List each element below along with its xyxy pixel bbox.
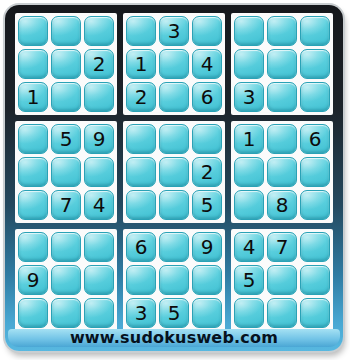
cell-r5c5[interactable] — [159, 157, 189, 187]
cell-r2c5[interactable] — [159, 49, 189, 79]
cell-r9c7[interactable] — [234, 298, 264, 328]
cell-r5c7[interactable] — [234, 157, 264, 187]
cell-r4c6[interactable] — [192, 124, 222, 154]
cell-r3c9[interactable] — [300, 82, 330, 112]
cell-r8c6[interactable] — [192, 265, 222, 295]
cell-r1c7[interactable] — [234, 16, 264, 46]
cell-r2c1[interactable] — [18, 49, 48, 79]
cell-r9c4[interactable]: 3 — [126, 298, 156, 328]
cell-r5c2[interactable] — [51, 157, 81, 187]
cell-r5c1[interactable] — [18, 157, 48, 187]
cell-r9c9[interactable] — [300, 298, 330, 328]
sudoku-frame: 2131426359742516896935475 www.sudokusweb… — [5, 5, 343, 351]
cell-r4c9[interactable]: 6 — [300, 124, 330, 154]
box-r3c2: 6935 — [123, 229, 225, 331]
cell-r9c8[interactable] — [267, 298, 297, 328]
cell-r1c6[interactable] — [192, 16, 222, 46]
cell-r6c7[interactable] — [234, 190, 264, 220]
cell-r6c1[interactable] — [18, 190, 48, 220]
cell-r6c6[interactable]: 5 — [192, 190, 222, 220]
cell-r8c8[interactable] — [267, 265, 297, 295]
cell-r3c4[interactable]: 2 — [126, 82, 156, 112]
cell-r8c3[interactable] — [84, 265, 114, 295]
site-url: www.sudokusweb.com — [70, 330, 278, 346]
cell-r2c4[interactable]: 1 — [126, 49, 156, 79]
cell-r6c9[interactable] — [300, 190, 330, 220]
sudoku-puzzle-image: 2131426359742516896935475 www.sudokusweb… — [0, 0, 350, 360]
cell-r7c2[interactable] — [51, 232, 81, 262]
cell-r4c8[interactable] — [267, 124, 297, 154]
cell-r4c5[interactable] — [159, 124, 189, 154]
cell-r9c2[interactable] — [51, 298, 81, 328]
cell-r1c9[interactable] — [300, 16, 330, 46]
cell-r6c3[interactable]: 4 — [84, 190, 114, 220]
cell-r8c9[interactable] — [300, 265, 330, 295]
cell-r2c7[interactable] — [234, 49, 264, 79]
cell-r1c5[interactable]: 3 — [159, 16, 189, 46]
box-r3c3: 475 — [231, 229, 333, 331]
cell-r2c6[interactable]: 4 — [192, 49, 222, 79]
box-r2c3: 168 — [231, 121, 333, 223]
cell-r4c7[interactable]: 1 — [234, 124, 264, 154]
cell-r3c3[interactable] — [84, 82, 114, 112]
cell-r3c2[interactable] — [51, 82, 81, 112]
cell-r7c5[interactable] — [159, 232, 189, 262]
cell-r3c5[interactable] — [159, 82, 189, 112]
cell-r7c3[interactable] — [84, 232, 114, 262]
cell-r1c3[interactable] — [84, 16, 114, 46]
cell-r9c3[interactable] — [84, 298, 114, 328]
cell-r8c5[interactable] — [159, 265, 189, 295]
cell-r5c4[interactable] — [126, 157, 156, 187]
cell-r7c6[interactable]: 9 — [192, 232, 222, 262]
footer-band: www.sudokusweb.com — [8, 329, 340, 347]
box-r1c2: 31426 — [123, 13, 225, 115]
cell-r2c2[interactable] — [51, 49, 81, 79]
cell-r5c9[interactable] — [300, 157, 330, 187]
cell-r7c9[interactable] — [300, 232, 330, 262]
cell-r7c1[interactable] — [18, 232, 48, 262]
cell-r3c7[interactable]: 3 — [234, 82, 264, 112]
box-r1c1: 21 — [15, 13, 117, 115]
cell-r4c4[interactable] — [126, 124, 156, 154]
box-r1c3: 3 — [231, 13, 333, 115]
cell-r7c7[interactable]: 4 — [234, 232, 264, 262]
cell-r6c8[interactable]: 8 — [267, 190, 297, 220]
cell-r6c2[interactable]: 7 — [51, 190, 81, 220]
cell-r8c1[interactable]: 9 — [18, 265, 48, 295]
cell-r1c2[interactable] — [51, 16, 81, 46]
cell-r8c4[interactable] — [126, 265, 156, 295]
cell-r9c5[interactable]: 5 — [159, 298, 189, 328]
box-r2c1: 5974 — [15, 121, 117, 223]
cell-r6c5[interactable] — [159, 190, 189, 220]
cell-r3c8[interactable] — [267, 82, 297, 112]
cell-r8c7[interactable]: 5 — [234, 265, 264, 295]
cell-r4c1[interactable] — [18, 124, 48, 154]
cell-r3c1[interactable]: 1 — [18, 82, 48, 112]
cell-r9c6[interactable] — [192, 298, 222, 328]
cell-r5c8[interactable] — [267, 157, 297, 187]
cell-r3c6[interactable]: 6 — [192, 82, 222, 112]
cell-r4c3[interactable]: 9 — [84, 124, 114, 154]
sudoku-board: 2131426359742516896935475 — [15, 13, 333, 331]
cell-r1c1[interactable] — [18, 16, 48, 46]
cell-r6c4[interactable] — [126, 190, 156, 220]
cell-r8c2[interactable] — [51, 265, 81, 295]
cell-r7c8[interactable]: 7 — [267, 232, 297, 262]
cell-r9c1[interactable] — [18, 298, 48, 328]
cell-r5c6[interactable]: 2 — [192, 157, 222, 187]
cell-r1c8[interactable] — [267, 16, 297, 46]
box-r3c1: 9 — [15, 229, 117, 331]
cell-r2c9[interactable] — [300, 49, 330, 79]
box-r2c2: 25 — [123, 121, 225, 223]
cell-r2c3[interactable]: 2 — [84, 49, 114, 79]
cell-r2c8[interactable] — [267, 49, 297, 79]
cell-r1c4[interactable] — [126, 16, 156, 46]
cell-r5c3[interactable] — [84, 157, 114, 187]
cell-r4c2[interactable]: 5 — [51, 124, 81, 154]
cell-r7c4[interactable]: 6 — [126, 232, 156, 262]
